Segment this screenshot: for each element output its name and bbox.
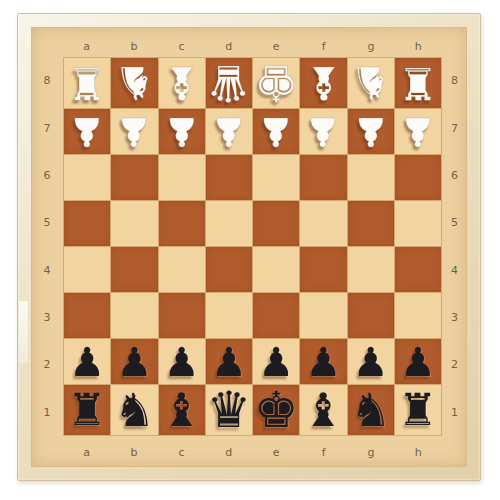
square-a6[interactable] — [64, 155, 110, 200]
square-a2[interactable]: ♟ — [64, 339, 110, 384]
white-bishop-f8[interactable]: ♝ — [303, 60, 344, 106]
rank-label-right-5: 5 — [451, 216, 458, 229]
file-label-bottom-f: f — [322, 446, 326, 459]
square-d6[interactable] — [206, 155, 252, 200]
square-e8[interactable]: ♚ — [253, 58, 299, 108]
square-g8[interactable]: ♞ — [348, 58, 394, 108]
rank-label-left-6: 6 — [44, 169, 51, 182]
square-c5[interactable] — [159, 201, 205, 246]
square-g2[interactable]: ♟ — [348, 339, 394, 384]
black-rook-h1[interactable]: ♜ — [398, 388, 437, 432]
black-pawn-h2[interactable]: ♟ — [400, 342, 436, 382]
square-a8[interactable]: ♜ — [64, 58, 110, 108]
square-f7[interactable]: ♟ — [300, 109, 346, 154]
white-rook-a8[interactable]: ♜ — [67, 61, 106, 105]
square-a5[interactable] — [64, 201, 110, 246]
rank-label-right-7: 7 — [451, 122, 458, 135]
square-c3[interactable] — [159, 293, 205, 338]
square-c6[interactable] — [159, 155, 205, 200]
board-field: abcdefgh abcdefgh 87654321 87654321 ♜♞♝♛… — [31, 27, 467, 467]
square-e6[interactable] — [253, 155, 299, 200]
square-f2[interactable]: ♟ — [300, 339, 346, 384]
square-h8[interactable]: ♜ — [395, 58, 441, 108]
square-g1[interactable]: ♞ — [348, 385, 394, 435]
rank-label-left-1: 1 — [44, 406, 51, 419]
file-label-bottom-c: c — [178, 446, 184, 459]
chess-board: ♜♞♝♛♚♝♞♜♟♟♟♟♟♟♟♟♟♟♟♟♟♟♟♟♜♞♝♛♚♝♞♜ — [63, 57, 442, 436]
square-e5[interactable] — [253, 201, 299, 246]
square-b6[interactable] — [111, 155, 157, 200]
file-label-bottom-b: b — [131, 446, 138, 459]
file-label-top-h: h — [415, 40, 422, 53]
white-knight-b8[interactable]: ♞ — [114, 60, 155, 106]
file-label-bottom-h: h — [415, 446, 422, 459]
file-label-bottom-e: e — [273, 446, 280, 459]
black-bishop-f1[interactable]: ♝ — [303, 387, 344, 433]
square-f3[interactable] — [300, 293, 346, 338]
square-h3[interactable] — [395, 293, 441, 338]
square-e3[interactable] — [253, 293, 299, 338]
white-pawn-a7[interactable]: ♟ — [69, 112, 105, 152]
rank-label-right-2: 2 — [451, 358, 458, 371]
square-g6[interactable] — [348, 155, 394, 200]
rank-label-left-7: 7 — [44, 122, 51, 135]
square-h1[interactable]: ♜ — [395, 385, 441, 435]
file-label-top-a: a — [83, 40, 90, 53]
square-h6[interactable] — [395, 155, 441, 200]
file-label-top-c: c — [178, 40, 184, 53]
white-pawn-h7[interactable]: ♟ — [400, 112, 436, 152]
square-c8[interactable]: ♝ — [159, 58, 205, 108]
square-b3[interactable] — [111, 293, 157, 338]
square-b8[interactable]: ♞ — [111, 58, 157, 108]
white-pawn-f7[interactable]: ♟ — [305, 112, 341, 152]
square-f5[interactable] — [300, 201, 346, 246]
white-bishop-c8[interactable]: ♝ — [161, 60, 202, 106]
white-queen-d8[interactable]: ♛ — [206, 58, 251, 108]
square-e1[interactable]: ♚ — [253, 385, 299, 435]
square-g5[interactable] — [348, 201, 394, 246]
rank-label-left-2: 2 — [44, 358, 51, 371]
black-queen-d1[interactable]: ♛ — [206, 385, 251, 435]
square-c1[interactable]: ♝ — [159, 385, 205, 435]
square-b4[interactable] — [111, 247, 157, 292]
black-pawn-d2[interactable]: ♟ — [211, 342, 247, 382]
white-pawn-c7[interactable]: ♟ — [164, 112, 200, 152]
rank-labels-left: 87654321 — [31, 57, 63, 436]
file-label-top-e: e — [273, 40, 280, 53]
rank-label-right-4: 4 — [451, 264, 458, 277]
frame-highlight — [19, 301, 28, 363]
file-label-bottom-a: a — [83, 446, 90, 459]
square-f6[interactable] — [300, 155, 346, 200]
file-label-bottom-d: d — [225, 446, 232, 459]
square-a7[interactable]: ♟ — [64, 109, 110, 154]
rank-label-left-4: 4 — [44, 264, 51, 277]
file-label-top-b: b — [131, 40, 138, 53]
white-pawn-d7[interactable]: ♟ — [211, 112, 247, 152]
square-f1[interactable]: ♝ — [300, 385, 346, 435]
black-pawn-b2[interactable]: ♟ — [116, 342, 152, 382]
square-d5[interactable] — [206, 201, 252, 246]
white-rook-h8[interactable]: ♜ — [398, 61, 437, 105]
black-bishop-c1[interactable]: ♝ — [161, 387, 202, 433]
demo-chessboard-photo: abcdefgh abcdefgh 87654321 87654321 ♜♞♝♛… — [0, 0, 500, 500]
black-pawn-g2[interactable]: ♟ — [353, 342, 389, 382]
square-d8[interactable]: ♛ — [206, 58, 252, 108]
rank-label-left-5: 5 — [44, 216, 51, 229]
rank-label-right-6: 6 — [451, 169, 458, 182]
square-a3[interactable] — [64, 293, 110, 338]
black-knight-g1[interactable]: ♞ — [350, 387, 391, 433]
black-pawn-c2[interactable]: ♟ — [164, 342, 200, 382]
square-g4[interactable] — [348, 247, 394, 292]
square-d4[interactable] — [206, 247, 252, 292]
square-d7[interactable]: ♟ — [206, 109, 252, 154]
square-h7[interactable]: ♟ — [395, 109, 441, 154]
black-pawn-a2[interactable]: ♟ — [69, 342, 105, 382]
file-label-top-f: f — [322, 40, 326, 53]
square-h2[interactable]: ♟ — [395, 339, 441, 384]
square-h5[interactable] — [395, 201, 441, 246]
square-g3[interactable] — [348, 293, 394, 338]
square-e4[interactable] — [253, 247, 299, 292]
file-label-top-d: d — [225, 40, 232, 53]
square-b2[interactable]: ♟ — [111, 339, 157, 384]
black-knight-b1[interactable]: ♞ — [114, 387, 155, 433]
square-a1[interactable]: ♜ — [64, 385, 110, 435]
file-label-bottom-g: g — [367, 446, 374, 459]
square-h4[interactable] — [395, 247, 441, 292]
rank-labels-right: 87654321 — [442, 57, 467, 436]
rank-label-right-3: 3 — [451, 311, 458, 324]
rank-label-left-8: 8 — [44, 74, 51, 87]
square-a4[interactable] — [64, 247, 110, 292]
white-pawn-e7[interactable]: ♟ — [258, 112, 294, 152]
square-c4[interactable] — [159, 247, 205, 292]
black-pawn-e2[interactable]: ♟ — [258, 342, 294, 382]
black-pawn-f2[interactable]: ♟ — [305, 342, 341, 382]
square-b1[interactable]: ♞ — [111, 385, 157, 435]
board-frame: abcdefgh abcdefgh 87654321 87654321 ♜♞♝♛… — [17, 13, 481, 481]
rank-label-right-8: 8 — [451, 74, 458, 87]
white-knight-g8[interactable]: ♞ — [350, 60, 391, 106]
white-pawn-b7[interactable]: ♟ — [116, 112, 152, 152]
black-king-e1[interactable]: ♚ — [254, 385, 299, 435]
file-labels-bottom: abcdefgh — [63, 436, 442, 467]
square-c2[interactable]: ♟ — [159, 339, 205, 384]
white-king-e8[interactable]: ♚ — [254, 58, 299, 108]
square-d3[interactable] — [206, 293, 252, 338]
square-f8[interactable]: ♝ — [300, 58, 346, 108]
square-e2[interactable]: ♟ — [253, 339, 299, 384]
rank-label-left-3: 3 — [44, 311, 51, 324]
black-rook-a1[interactable]: ♜ — [67, 388, 106, 432]
square-e7[interactable]: ♟ — [253, 109, 299, 154]
square-g7[interactable]: ♟ — [348, 109, 394, 154]
file-label-top-g: g — [367, 40, 374, 53]
square-d1[interactable]: ♛ — [206, 385, 252, 435]
square-b7[interactable]: ♟ — [111, 109, 157, 154]
square-b5[interactable] — [111, 201, 157, 246]
square-f4[interactable] — [300, 247, 346, 292]
square-c7[interactable]: ♟ — [159, 109, 205, 154]
white-pawn-g7[interactable]: ♟ — [353, 112, 389, 152]
rank-label-right-1: 1 — [451, 406, 458, 419]
square-d2[interactable]: ♟ — [206, 339, 252, 384]
file-labels-top: abcdefgh — [63, 27, 442, 57]
